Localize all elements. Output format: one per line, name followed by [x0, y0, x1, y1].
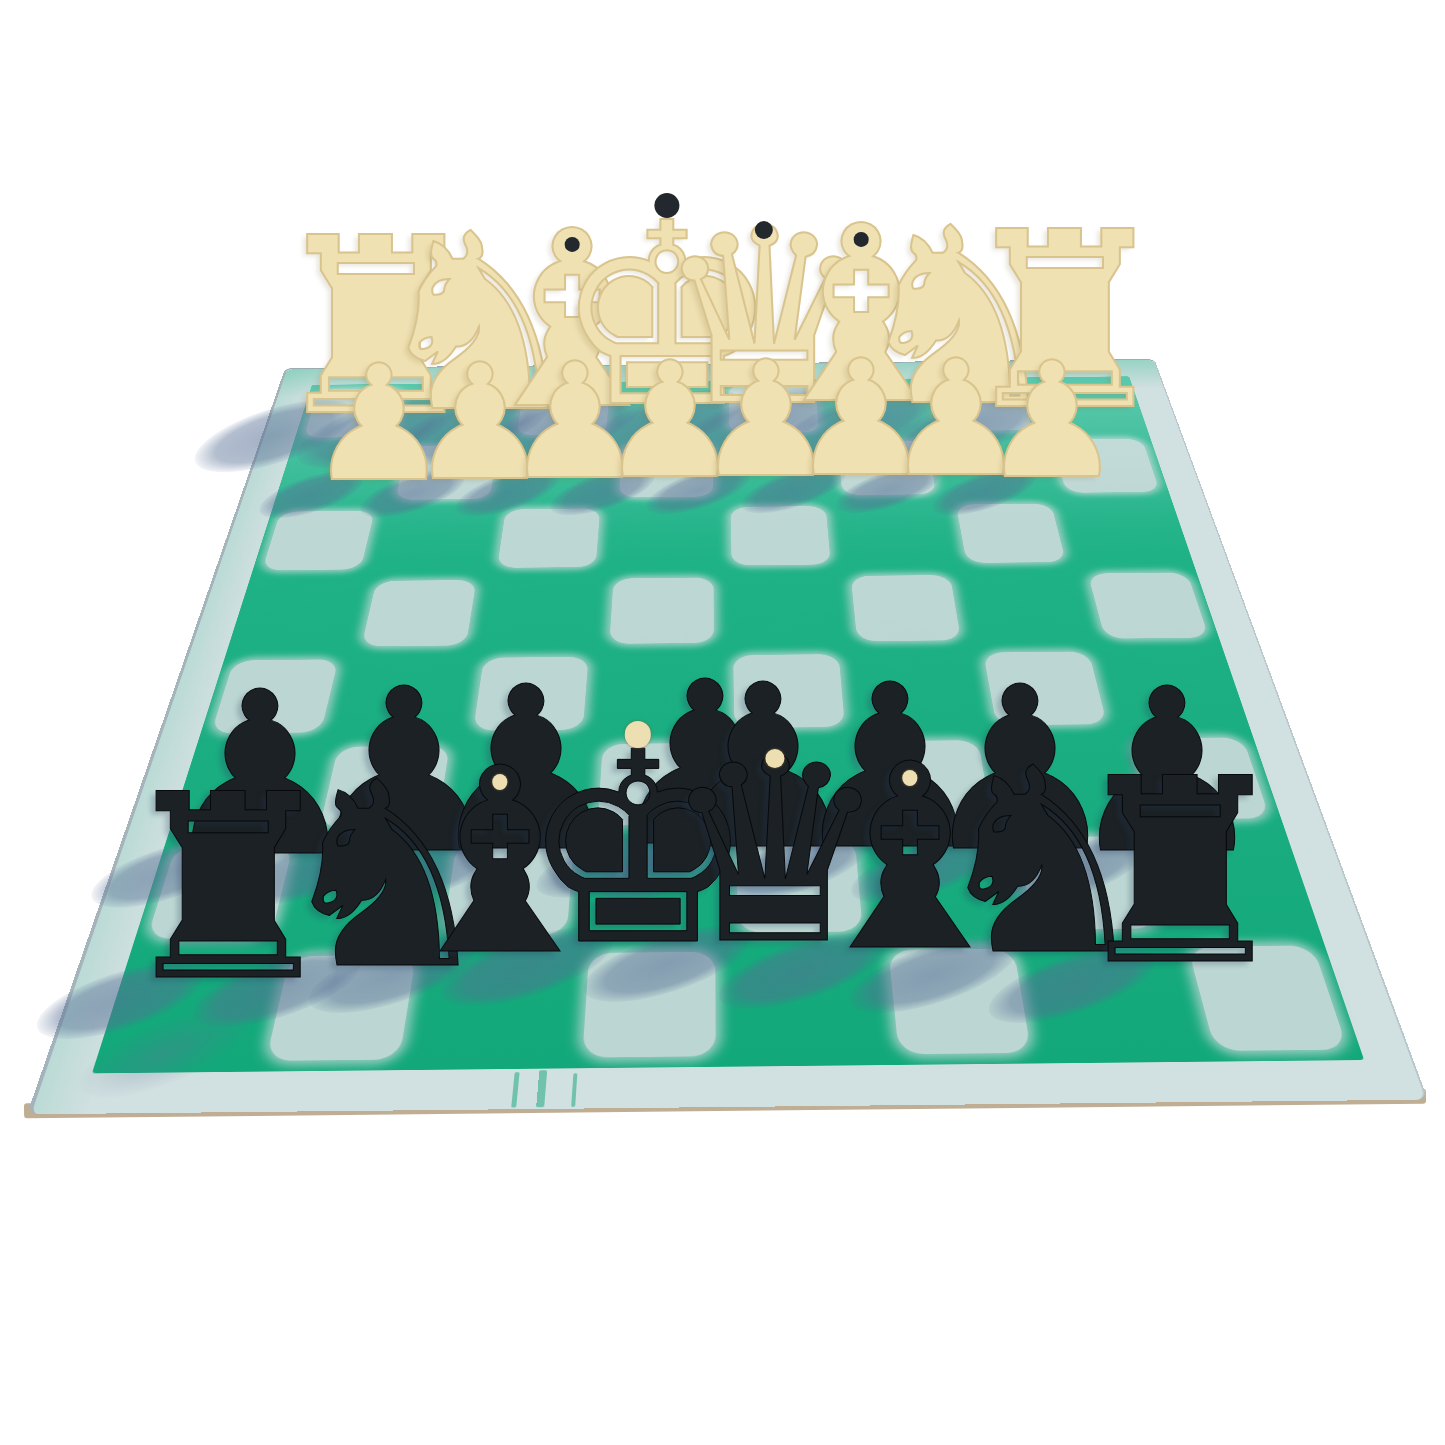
pawn-glyph: ♟	[980, 343, 1123, 500]
white-pawn-a2: ♟	[972, 340, 1132, 500]
light-square-stencil	[362, 580, 477, 646]
light-square-stencil	[851, 575, 962, 641]
light-square-stencil	[262, 511, 375, 571]
square-a4	[1077, 567, 1222, 646]
light-square-stencil	[1088, 573, 1209, 639]
square-b4	[959, 568, 1097, 647]
paint-streak	[536, 1070, 547, 1107]
paint-streak	[571, 1073, 577, 1107]
rook-glyph: ♜	[1065, 747, 1295, 998]
light-square-stencil	[731, 506, 831, 566]
photo-canvas: ♜♞♝♚♛♝♞♜♟♟♟♟♟♟♟♟♟♟♟♟♟♟♟♟♜♞♝♚♛♝♞♜	[0, 0, 1445, 1445]
black-rook-a8: ♜	[1052, 742, 1308, 998]
light-square-stencil	[497, 508, 600, 568]
paint-streak	[511, 1072, 519, 1107]
